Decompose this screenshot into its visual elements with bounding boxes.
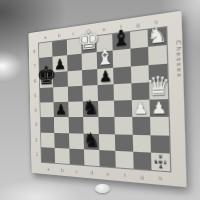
square-c7[interactable] [67, 54, 82, 71]
black-pawn-e6[interactable]: ♟ [99, 69, 113, 85]
square-c5[interactable] [67, 86, 82, 102]
square-a3[interactable] [41, 117, 55, 132]
square-c2[interactable] [69, 133, 84, 149]
white-queen-h5[interactable]: ♛ [146, 72, 172, 99]
square-a2[interactable] [41, 132, 55, 147]
square-f7[interactable] [113, 49, 130, 67]
square-f4[interactable] [114, 100, 132, 117]
square-a4[interactable] [40, 102, 54, 117]
black-knight-d2[interactable]: ♞ [82, 129, 100, 149]
square-h2[interactable] [150, 135, 169, 154]
square-b4[interactable]: ♟ [54, 102, 68, 118]
square-d4[interactable]: ♞ [83, 101, 99, 117]
square-c6[interactable] [67, 70, 82, 87]
square-c4[interactable] [68, 101, 83, 117]
file-label-d: d [84, 167, 100, 178]
square-d6[interactable] [82, 69, 98, 86]
square-b3[interactable] [54, 117, 68, 133]
square-f6[interactable] [113, 66, 130, 84]
brand-text: Chessex [174, 40, 182, 79]
square-h1[interactable]: ♛♞♚♝♟ [151, 152, 171, 171]
white-pawn-g4[interactable]: ♟ [133, 101, 148, 117]
white-bishop-e7[interactable]: ♝ [95, 46, 114, 69]
square-e3[interactable] [98, 117, 115, 134]
square-c3[interactable] [68, 117, 83, 133]
file-label-c: c [69, 166, 84, 177]
square-h5[interactable]: ♛ [149, 81, 168, 99]
square-f3[interactable] [115, 117, 133, 134]
board-wrap: abcdefgh abcdefgh 87654321 Chessex ♚♝♞♟♝… [28, 11, 186, 188]
square-g8[interactable] [129, 30, 147, 49]
black-king-a6[interactable]: ♚ [36, 62, 57, 88]
square-d2[interactable]: ♞ [83, 133, 99, 150]
file-label-e: e [100, 168, 117, 180]
square-e1[interactable] [99, 150, 116, 168]
square-f8[interactable]: ♝ [112, 32, 129, 51]
square-b1[interactable] [55, 148, 69, 164]
white-knight-h8[interactable]: ♞ [146, 23, 167, 47]
square-f5[interactable] [114, 83, 131, 101]
square-g1[interactable] [133, 151, 152, 169]
square-a6[interactable]: ♚ [40, 72, 54, 88]
board-maker-emblem: ♛♞♚♝♟ [151, 152, 171, 171]
rank-label-8: 8 [30, 44, 38, 60]
square-e2[interactable] [99, 134, 116, 151]
square-a1[interactable] [41, 147, 55, 163]
square-h8[interactable]: ♞ [147, 27, 166, 47]
rank-label-1: 1 [33, 147, 41, 162]
square-h4[interactable]: ♟ [149, 99, 168, 117]
square-f2[interactable] [115, 134, 133, 152]
rank-label-3: 3 [32, 117, 40, 132]
file-label-f: f [116, 169, 133, 181]
board-grid: ♚♝♞♟♝♚♟♛♟♞♟♟♞♛♞♚♝♟ [39, 27, 170, 171]
file-label-g: g [133, 171, 151, 183]
rank-label-2: 2 [32, 132, 40, 147]
square-a8[interactable] [39, 42, 53, 58]
square-h3[interactable] [150, 117, 169, 135]
chessboard-photo: abcdefgh abcdefgh 87654321 Chessex ♚♝♞♟♝… [0, 0, 200, 200]
square-g7[interactable] [130, 47, 148, 66]
rank-label-4: 4 [32, 103, 40, 118]
square-f1[interactable] [116, 151, 134, 169]
square-e6[interactable]: ♟ [97, 67, 114, 84]
square-c1[interactable] [69, 148, 84, 165]
black-knight-d4[interactable]: ♞ [82, 97, 100, 117]
black-pawn-b4[interactable]: ♟ [55, 103, 67, 117]
square-e5[interactable] [98, 84, 115, 101]
square-g3[interactable] [132, 117, 150, 135]
file-label-b: b [55, 165, 69, 176]
white-pawn-h4[interactable]: ♟ [151, 101, 167, 118]
square-g4[interactable]: ♟ [131, 100, 149, 118]
square-e4[interactable] [98, 101, 115, 118]
file-label-h: h [151, 172, 170, 185]
offboard-white-piece-lying [95, 184, 110, 193]
square-b2[interactable] [54, 133, 68, 149]
chess-board: abcdefgh abcdefgh 87654321 Chessex ♚♝♞♟♝… [28, 11, 186, 188]
rank-label-5: 5 [31, 88, 39, 103]
square-g2[interactable] [132, 134, 150, 152]
file-label-a: a [39, 32, 53, 43]
file-label-a: a [42, 164, 56, 174]
